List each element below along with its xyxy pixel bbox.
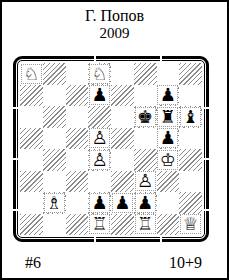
square-d7[interactable]: ♟ — [88, 85, 111, 107]
white-pawn-icon[interactable]: ♙ — [89, 150, 110, 170]
square-g1[interactable] — [157, 214, 180, 236]
white-queen-icon[interactable]: ♕ — [180, 214, 201, 234]
square-d6[interactable] — [88, 106, 111, 128]
square-e6[interactable] — [111, 106, 134, 128]
square-e3[interactable] — [111, 171, 134, 193]
square-h6[interactable]: ♝ — [179, 106, 202, 128]
material-count-label: 10+9 — [169, 253, 202, 273]
white-knight-icon[interactable]: ♘ — [21, 64, 42, 84]
white-rook-icon[interactable]: ♖ — [89, 214, 110, 234]
square-f1[interactable]: ♖ — [134, 214, 157, 236]
square-g7[interactable]: ♟ — [157, 85, 180, 107]
white-king-icon[interactable]: ♔ — [157, 150, 178, 170]
chess-board: ♘♘♟♟♚♜♝♙♟♙♔♙♗♟♟♟♖♖♕ — [13, 56, 209, 242]
square-d1[interactable]: ♖ — [88, 214, 111, 236]
square-f5[interactable] — [134, 128, 157, 150]
square-h5[interactable] — [179, 128, 202, 150]
frame-seam — [160, 56, 162, 64]
square-d2[interactable]: ♟ — [88, 192, 111, 214]
square-g5[interactable]: ♟ — [157, 128, 180, 150]
square-c4[interactable] — [66, 149, 89, 171]
square-b6[interactable] — [43, 106, 66, 128]
composition-year: 2009 — [2, 25, 227, 42]
square-b7[interactable] — [43, 85, 66, 107]
square-e8[interactable] — [111, 63, 134, 85]
frame-seam — [94, 56, 96, 64]
square-h7[interactable] — [179, 85, 202, 107]
frame-seam — [13, 209, 21, 211]
square-e1[interactable] — [111, 214, 134, 236]
square-c7[interactable] — [66, 85, 89, 107]
black-rook-icon[interactable]: ♜ — [157, 107, 178, 127]
frame-seam — [204, 158, 212, 160]
square-c3[interactable] — [66, 171, 89, 193]
square-f2[interactable]: ♟ — [134, 192, 157, 214]
frame-seam — [13, 158, 21, 160]
black-pawn-icon[interactable]: ♟ — [89, 193, 110, 213]
square-b1[interactable] — [43, 214, 66, 236]
square-b4[interactable] — [43, 149, 66, 171]
square-f3[interactable]: ♙ — [134, 171, 157, 193]
black-pawn-icon[interactable]: ♟ — [157, 85, 178, 105]
white-pawn-icon[interactable]: ♙ — [89, 128, 110, 148]
square-h3[interactable] — [179, 171, 202, 193]
square-a2[interactable] — [20, 192, 43, 214]
frame-seam — [204, 209, 212, 211]
square-f4[interactable] — [134, 149, 157, 171]
square-g8[interactable] — [157, 63, 180, 85]
black-king-icon[interactable]: ♚ — [135, 107, 156, 127]
frame-seam — [204, 107, 212, 109]
square-d8[interactable]: ♘ — [88, 63, 111, 85]
square-h1[interactable]: ♕ — [179, 214, 202, 236]
white-bishop-icon[interactable]: ♗ — [44, 193, 65, 213]
stipulation-label: #6 — [25, 253, 41, 273]
square-c6[interactable] — [66, 106, 89, 128]
square-e2[interactable]: ♟ — [111, 192, 134, 214]
square-e7[interactable] — [111, 85, 134, 107]
square-d3[interactable] — [88, 171, 111, 193]
square-g2[interactable] — [157, 192, 180, 214]
black-pawn-icon[interactable]: ♟ — [112, 193, 133, 213]
white-rook-icon[interactable]: ♖ — [135, 214, 156, 234]
composer-name: Г. Попов — [2, 7, 227, 25]
square-e4[interactable] — [111, 149, 134, 171]
frame-seam — [13, 107, 21, 109]
square-g6[interactable]: ♜ — [157, 106, 180, 128]
square-f7[interactable] — [134, 85, 157, 107]
square-a4[interactable] — [20, 149, 43, 171]
white-pawn-icon[interactable]: ♙ — [135, 171, 156, 191]
black-pawn-icon[interactable]: ♟ — [157, 128, 178, 148]
square-a1[interactable] — [20, 214, 43, 236]
square-a6[interactable] — [20, 106, 43, 128]
square-c1[interactable] — [66, 214, 89, 236]
square-c8[interactable] — [66, 63, 89, 85]
square-c2[interactable] — [66, 192, 89, 214]
square-d4[interactable]: ♙ — [88, 149, 111, 171]
square-a3[interactable] — [20, 171, 43, 193]
square-h8[interactable] — [179, 63, 202, 85]
black-pawn-icon[interactable]: ♟ — [135, 193, 156, 213]
square-g3[interactable] — [157, 171, 180, 193]
black-pawn-icon[interactable]: ♟ — [89, 85, 110, 105]
square-f8[interactable] — [134, 63, 157, 85]
frame-seam — [160, 237, 162, 245]
square-b2[interactable]: ♗ — [43, 192, 66, 214]
square-a8[interactable]: ♘ — [20, 63, 43, 85]
square-e5[interactable] — [111, 128, 134, 150]
square-f6[interactable]: ♚ — [134, 106, 157, 128]
black-bishop-icon[interactable]: ♝ — [180, 107, 201, 127]
square-c5[interactable] — [66, 128, 89, 150]
square-a7[interactable] — [20, 85, 43, 107]
diagram-canvas: Г. Попов 2009 ♘♘♟♟♚♜♝♙♟♙♔♙♗♟♟♟♖♖♕ #6 10+… — [0, 0, 229, 280]
square-d5[interactable]: ♙ — [88, 128, 111, 150]
square-g4[interactable]: ♔ — [157, 149, 180, 171]
square-b8[interactable] — [43, 63, 66, 85]
square-b3[interactable] — [43, 171, 66, 193]
board-grid: ♘♘♟♟♚♜♝♙♟♙♔♙♗♟♟♟♖♖♕ — [20, 63, 202, 235]
square-a5[interactable] — [20, 128, 43, 150]
square-h2[interactable] — [179, 192, 202, 214]
white-knight-icon[interactable]: ♘ — [89, 64, 110, 84]
square-h4[interactable] — [179, 149, 202, 171]
frame-seam — [94, 237, 96, 245]
square-b5[interactable] — [43, 128, 66, 150]
